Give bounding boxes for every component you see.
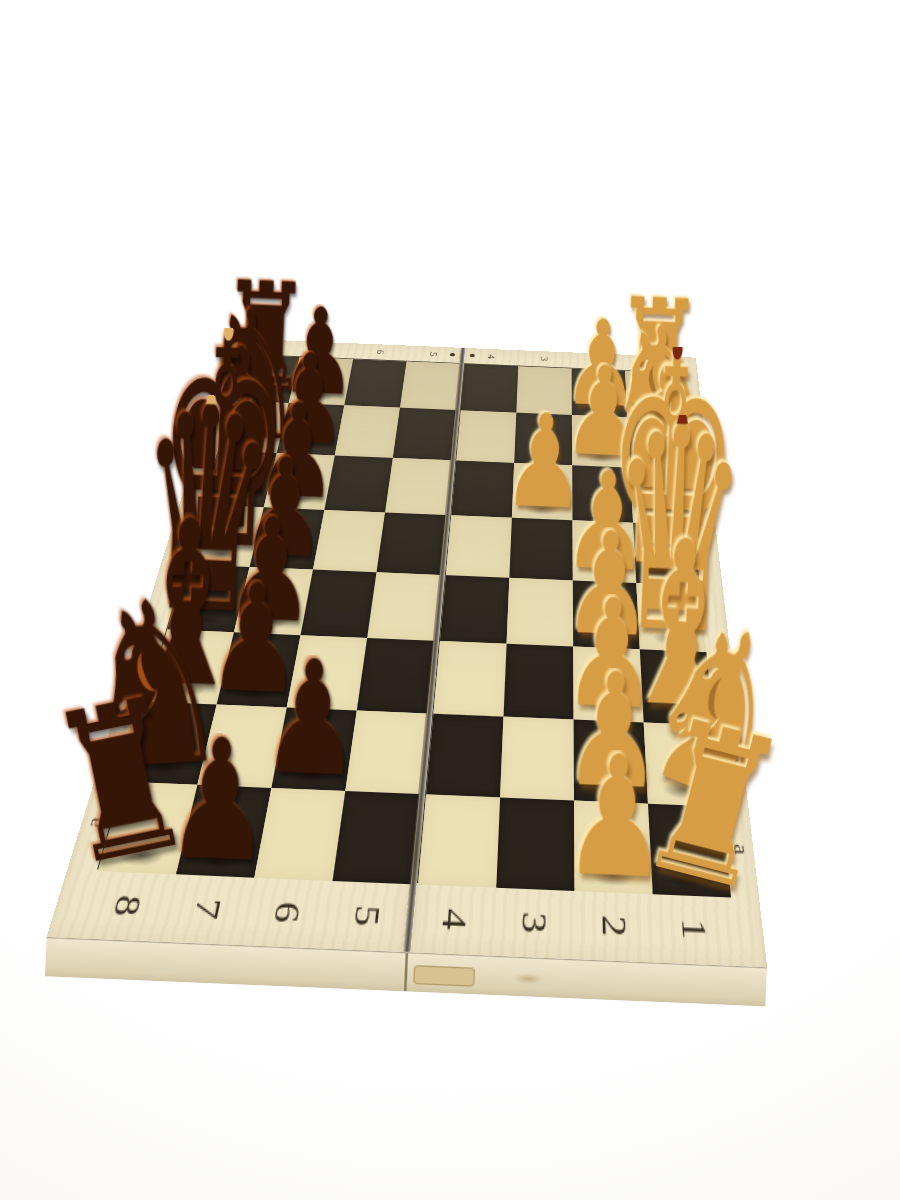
wood-knot xyxy=(507,970,551,987)
rank-label-near-4: 4 xyxy=(433,903,474,936)
square-d5 xyxy=(367,572,440,640)
king-ball-finial xyxy=(672,340,683,360)
square-g5 xyxy=(393,408,456,461)
square-a4 xyxy=(418,794,500,887)
square-f5 xyxy=(385,458,451,515)
rank-label-far-6: 6 xyxy=(373,347,388,357)
square-b4 xyxy=(426,714,503,798)
square-e4 xyxy=(446,515,512,578)
rank-label-near-1: 1 xyxy=(673,913,714,946)
rank-label-near-5: 5 xyxy=(345,899,387,932)
perspective-stage: ♜♟♞♟♝♟♚♟♛♟♝♟♞♟♜♟876565a ♟♜♟♞♟♝♟♚♟♛♟♝♟♞♟♜… xyxy=(0,0,900,1200)
square-h5 xyxy=(400,362,460,410)
rank-label-near-8: 8 xyxy=(103,889,150,922)
latch xyxy=(413,965,475,987)
rank-label-near-7: 7 xyxy=(184,893,229,926)
board-half-left: ♜♟♞♟♝♟♚♟♛♟♝♟♞♟♜♟876565a xyxy=(47,338,461,952)
rank-label-far-4: 4 xyxy=(484,352,498,362)
square-c5 xyxy=(357,638,434,713)
queen-cone-finial xyxy=(676,401,688,424)
square-c4 xyxy=(433,641,506,717)
square-d4 xyxy=(440,575,509,644)
square-a5 xyxy=(333,791,420,884)
squares-grid: ♟♜♟♞♟♝♟♚♟♛♟♝♟♞♟♜ xyxy=(417,363,730,896)
queen-cone-finial xyxy=(205,381,217,404)
king-ball-finial xyxy=(223,321,234,341)
square-e5 xyxy=(376,512,445,574)
square-b6: ♟ xyxy=(271,708,356,791)
squares-grid: ♜♟♞♟♝♟♚♟♛♟♝♟♞♟♜♟ xyxy=(97,354,459,883)
rank-label-near-6: 6 xyxy=(264,896,308,929)
rank-label-near-2: 2 xyxy=(594,910,634,943)
board-half-right: ♟♜♟♞♟♝♟♚♟♛♟♝♟♞♟♜432143ab xyxy=(411,348,767,967)
square-a1: ♜ xyxy=(648,804,731,898)
rank-label-far-5: 5 xyxy=(426,349,440,359)
photo-scene: ♜♟♞♟♝♟♚♟♛♟♝♟♞♟♜♟876565a ♟♜♟♞♟♝♟♚♟♛♟♝♟♞♟♜… xyxy=(0,0,900,1200)
rank-label-far-3: 3 xyxy=(538,354,551,364)
piece-black-pawn-b6: ♟ xyxy=(260,653,364,786)
front-seam-line xyxy=(404,953,408,991)
rank-label-near-3: 3 xyxy=(514,906,553,939)
square-a8: ♜ xyxy=(98,782,198,875)
chess-board: ♜♟♞♟♝♟♚♟♛♟♝♟♞♟♜♟876565a ♟♜♟♞♟♝♟♚♟♛♟♝♟♞♟♜… xyxy=(47,338,767,967)
square-f3: ♟ xyxy=(512,463,573,520)
